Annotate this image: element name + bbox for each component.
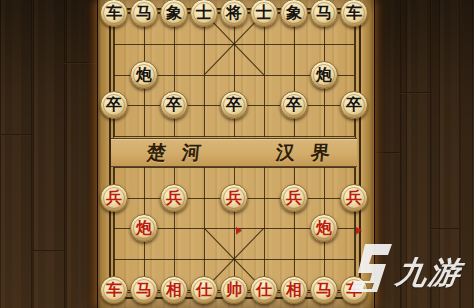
xiangqi-board[interactable]: 楚河 汉界 车马象士将士象马车炮炮卒卒卒卒卒兵兵兵兵兵炮炮车马相仕帅仕相马车 [97,0,375,308]
plank-seam [64,62,97,64]
piece-character: 炮 [316,220,332,236]
piece-character: 相 [286,282,302,298]
piece-character: 仕 [256,282,272,298]
wood-background-left [0,0,97,308]
piece-character: 马 [136,5,152,21]
piece-character: 炮 [136,220,152,236]
piece-character: 车 [106,5,122,21]
piece-character: 相 [166,282,182,298]
piece-black-r0c1[interactable]: 马 [130,0,158,27]
river-label-right: 汉界 [275,141,347,163]
piece-black-r0c4[interactable]: 将 [220,0,248,27]
plank-seam [31,0,33,308]
piece-red-r9c3[interactable]: 仕 [190,276,218,304]
piece-black-r0c8[interactable]: 车 [340,0,368,27]
river-band: 楚河 汉界 [111,138,357,167]
piece-character: 仕 [196,282,212,298]
piece-red-r6c0[interactable]: 兵 [100,184,128,212]
piece-red-r9c0[interactable]: 车 [100,276,128,304]
piece-red-r9c6[interactable]: 相 [280,276,308,304]
piece-character: 卒 [166,97,182,113]
watermark-text: 九游 [393,252,465,294]
piece-red-r6c6[interactable]: 兵 [280,184,308,212]
piece-red-r6c4[interactable]: 兵 [220,184,248,212]
piece-red-r9c4[interactable]: 帅 [220,276,248,304]
red-arrow-marker [236,227,242,234]
plank-seam [400,92,430,94]
plank-seam [64,0,66,308]
piece-character: 炮 [136,66,152,82]
piece-black-r3c8[interactable]: 卒 [340,91,368,119]
piece-black-r0c6[interactable]: 象 [280,0,308,27]
piece-character: 象 [286,5,302,21]
piece-character: 象 [166,5,182,21]
plank-seam [430,228,459,230]
piece-character: 士 [196,5,212,21]
jiuyou-logo-icon [350,242,392,300]
piece-character: 炮 [316,66,332,82]
piece-red-r9c5[interactable]: 仕 [250,276,278,304]
piece-character: 将 [226,5,242,21]
piece-red-r6c8[interactable]: 兵 [340,184,368,212]
piece-black-r0c3[interactable]: 士 [190,0,218,27]
piece-character: 卒 [286,97,302,113]
piece-character: 帅 [226,282,242,298]
piece-black-r0c0[interactable]: 车 [100,0,128,27]
piece-black-r2c7[interactable]: 炮 [310,61,338,89]
piece-red-r9c7[interactable]: 马 [310,276,338,304]
piece-character: 兵 [166,189,182,205]
plank-seam [373,152,400,154]
piece-character: 马 [136,282,152,298]
piece-black-r0c2[interactable]: 象 [160,0,188,27]
piece-character: 卒 [106,97,122,113]
game-screen: 楚河 汉界 车马象士将士象马车炮炮卒卒卒卒卒兵兵兵兵兵炮炮车马相仕帅仕相马车 九… [0,0,474,308]
piece-character: 卒 [226,97,242,113]
piece-character: 马 [316,5,332,21]
piece-character: 马 [316,282,332,298]
piece-black-r0c7[interactable]: 马 [310,0,338,27]
river-label-left: 楚河 [146,141,218,163]
piece-character: 兵 [226,189,242,205]
plank-seam [0,134,31,136]
piece-character: 车 [346,5,362,21]
plank-seam [31,250,64,252]
red-arrow-marker [356,227,362,234]
piece-character: 兵 [346,189,362,205]
piece-red-r9c1[interactable]: 马 [130,276,158,304]
piece-character: 兵 [286,189,302,205]
piece-black-r0c5[interactable]: 士 [250,0,278,27]
watermark: 九游 [344,238,474,308]
piece-character: 卒 [346,97,362,113]
piece-character: 士 [256,5,272,21]
piece-red-r6c2[interactable]: 兵 [160,184,188,212]
piece-character: 车 [106,282,122,298]
piece-character: 兵 [106,189,122,205]
piece-red-r9c2[interactable]: 相 [160,276,188,304]
piece-black-r2c1[interactable]: 炮 [130,61,158,89]
